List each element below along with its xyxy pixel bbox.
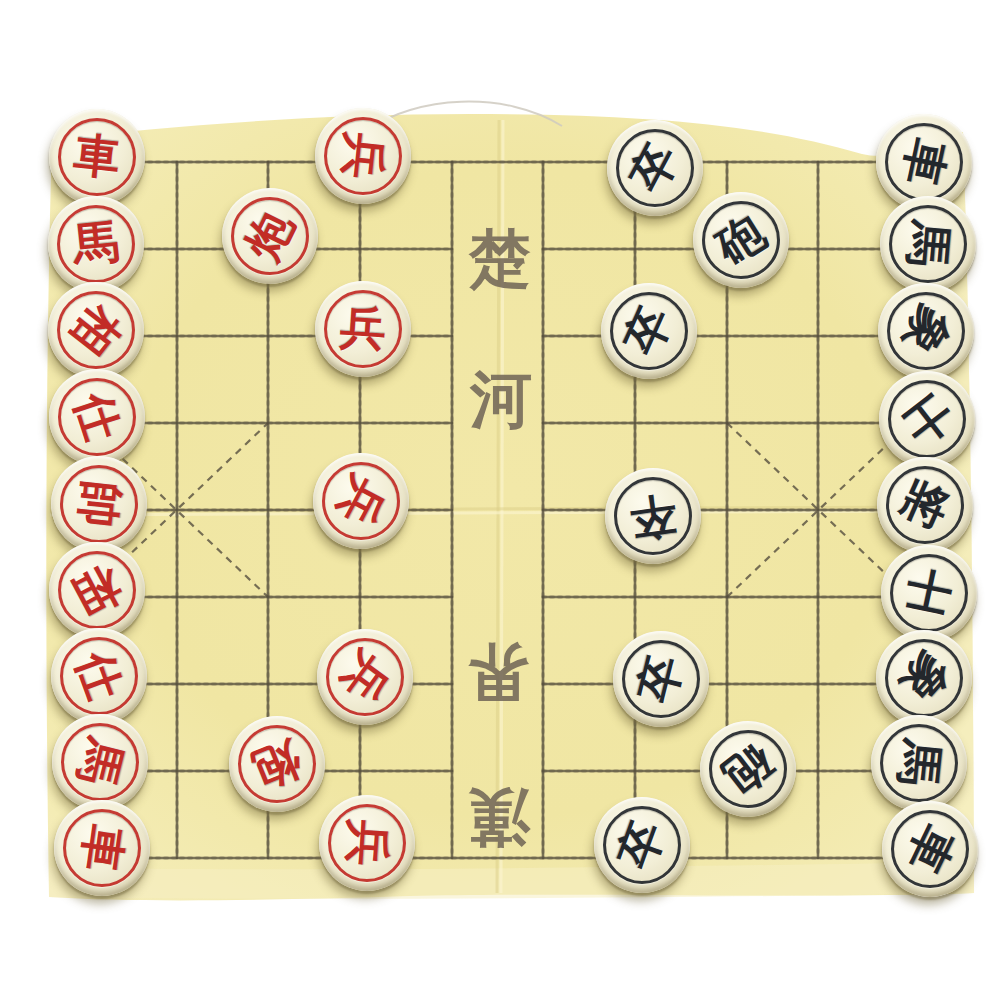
piece-character: 兵: [310, 103, 416, 209]
river-label-han: 漢: [468, 781, 531, 854]
piece-black-cannon[interactable]: 砲: [693, 192, 789, 288]
piece-character: 兵: [316, 792, 418, 894]
piece-red-cannon[interactable]: 炮: [222, 188, 318, 284]
piece-character: 卒: [599, 462, 707, 570]
piece-red-soldier[interactable]: 兵: [319, 795, 415, 891]
piece-black-chariot[interactable]: 車: [882, 801, 978, 897]
piece-red-soldier[interactable]: 兵: [315, 108, 411, 204]
piece-black-cannon[interactable]: 砲: [700, 721, 796, 817]
piece-red-chariot[interactable]: 車: [54, 800, 150, 896]
piece-red-advisor[interactable]: 仕: [49, 369, 145, 465]
piece-red-soldier[interactable]: 兵: [313, 453, 409, 549]
piece-black-soldier[interactable]: 卒: [594, 797, 690, 893]
piece-character: 車: [48, 794, 156, 902]
piece-black-soldier[interactable]: 卒: [601, 283, 697, 379]
piece-black-soldier[interactable]: 卒: [613, 631, 709, 727]
river-label-he: 河: [469, 363, 532, 436]
river-label-chu: 楚: [468, 222, 531, 295]
piece-black-soldier[interactable]: 卒: [605, 468, 701, 564]
xiangqi-photo: 楚 河 界 漢 車馬相仕帥相仕馬車炮炮兵兵兵兵兵車馬象士將士象馬車砲砲卒卒卒卒卒: [0, 0, 1001, 1001]
piece-red-chariot[interactable]: 車: [49, 109, 145, 205]
xiangqi-board: 楚 河 界 漢: [0, 0, 1001, 1001]
piece-character: 兵: [312, 278, 414, 380]
piece-red-soldier[interactable]: 兵: [317, 629, 413, 725]
piece-red-soldier[interactable]: 兵: [315, 281, 411, 377]
river-label-jie: 界: [467, 636, 530, 709]
piece-red-cannon[interactable]: 炮: [229, 716, 325, 812]
piece-black-soldier[interactable]: 卒: [607, 120, 703, 216]
